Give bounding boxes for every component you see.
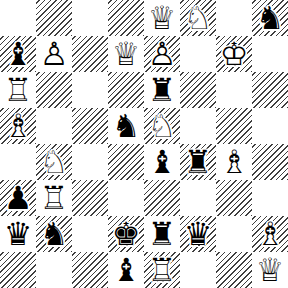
square-b8[interactable]: [36, 0, 72, 36]
black-knight: ♞♞: [108, 108, 144, 144]
square-e6[interactable]: ♜♜: [144, 72, 180, 108]
square-d4[interactable]: [108, 144, 144, 180]
black-rook-glyph: ♜: [144, 216, 180, 252]
square-h4[interactable]: [252, 144, 288, 180]
square-e3[interactable]: [144, 180, 180, 216]
white-knight-glyph: ♘: [36, 144, 72, 180]
square-g1[interactable]: [216, 252, 252, 288]
square-c2[interactable]: [72, 216, 108, 252]
square-e7[interactable]: ♟♙: [144, 36, 180, 72]
square-d5[interactable]: ♞♞: [108, 108, 144, 144]
square-c8[interactable]: [72, 0, 108, 36]
square-f3[interactable]: [180, 180, 216, 216]
square-b4[interactable]: ♞♘: [36, 144, 72, 180]
square-g4[interactable]: ♝♗: [216, 144, 252, 180]
white-rook-glyph: ♖: [144, 252, 180, 288]
square-h6[interactable]: [252, 72, 288, 108]
square-b6[interactable]: [36, 72, 72, 108]
square-f2[interactable]: ♛♛: [180, 216, 216, 252]
black-king-glyph: ♚: [108, 216, 144, 252]
square-g8[interactable]: [216, 0, 252, 36]
black-queen: ♛♛: [0, 216, 36, 252]
square-f7[interactable]: [180, 36, 216, 72]
white-pawn: ♟♙: [36, 36, 72, 72]
white-bishop: ♝♗: [216, 144, 252, 180]
black-pawn-glyph: ♟: [0, 180, 36, 216]
square-a5[interactable]: ♝♗: [0, 108, 36, 144]
white-queen: ♛♕: [108, 36, 144, 72]
black-rook: ♜♜: [144, 72, 180, 108]
white-rook: ♜♖: [0, 72, 36, 108]
white-knight-glyph: ♘: [180, 0, 216, 36]
square-c4[interactable]: [72, 144, 108, 180]
white-king: ♚♔: [216, 36, 252, 72]
square-h1[interactable]: ♛♕: [252, 252, 288, 288]
square-e5[interactable]: ♞♘: [144, 108, 180, 144]
square-h3[interactable]: [252, 180, 288, 216]
white-rook-glyph: ♖: [0, 72, 36, 108]
square-g7[interactable]: ♚♔: [216, 36, 252, 72]
white-bishop-glyph: ♗: [0, 108, 36, 144]
black-queen: ♛♛: [180, 216, 216, 252]
chess-board: ♛♕♞♘♞♞♝♝♟♙♛♕♟♙♚♔♜♖♜♜♝♗♞♞♞♘♞♘♝♝♜♜♝♗♟♟♜♖♛♛…: [0, 0, 288, 288]
white-rook: ♜♖: [36, 180, 72, 216]
square-f6[interactable]: [180, 72, 216, 108]
white-pawn-glyph: ♙: [144, 36, 180, 72]
square-f1[interactable]: [180, 252, 216, 288]
square-g6[interactable]: [216, 72, 252, 108]
square-b2[interactable]: ♞♞: [36, 216, 72, 252]
black-rook-glyph: ♜: [180, 144, 216, 180]
white-rook-glyph: ♖: [36, 180, 72, 216]
white-queen-glyph: ♕: [108, 36, 144, 72]
white-queen-glyph: ♕: [144, 0, 180, 36]
square-h5[interactable]: [252, 108, 288, 144]
white-knight: ♞♘: [180, 0, 216, 36]
white-queen: ♛♕: [252, 252, 288, 288]
square-c5[interactable]: [72, 108, 108, 144]
square-h2[interactable]: ♝♗: [252, 216, 288, 252]
square-e2[interactable]: ♜♜: [144, 216, 180, 252]
black-queen-glyph: ♛: [0, 216, 36, 252]
black-knight-glyph: ♞: [36, 216, 72, 252]
white-bishop-glyph: ♗: [216, 144, 252, 180]
black-knight: ♞♞: [252, 0, 288, 36]
black-queen-glyph: ♛: [180, 216, 216, 252]
white-bishop: ♝♗: [252, 216, 288, 252]
white-queen: ♛♕: [144, 0, 180, 36]
white-knight: ♞♘: [36, 144, 72, 180]
square-h8[interactable]: ♞♞: [252, 0, 288, 36]
square-f8[interactable]: ♞♘: [180, 0, 216, 36]
square-g3[interactable]: [216, 180, 252, 216]
white-knight-glyph: ♘: [144, 108, 180, 144]
square-a4[interactable]: [0, 144, 36, 180]
square-d7[interactable]: ♛♕: [108, 36, 144, 72]
square-c3[interactable]: [72, 180, 108, 216]
square-a7[interactable]: ♝♝: [0, 36, 36, 72]
square-f5[interactable]: [180, 108, 216, 144]
white-rook: ♜♖: [144, 252, 180, 288]
square-h7[interactable]: [252, 36, 288, 72]
square-e4[interactable]: ♝♝: [144, 144, 180, 180]
square-e8[interactable]: ♛♕: [144, 0, 180, 36]
white-queen-glyph: ♕: [252, 252, 288, 288]
square-f4[interactable]: ♜♜: [180, 144, 216, 180]
square-d3[interactable]: [108, 180, 144, 216]
white-king-glyph: ♔: [216, 36, 252, 72]
black-pawn: ♟♟: [0, 180, 36, 216]
black-bishop: ♝♝: [144, 144, 180, 180]
square-b1[interactable]: [36, 252, 72, 288]
square-a1[interactable]: [0, 252, 36, 288]
black-bishop: ♝♝: [0, 36, 36, 72]
square-c1[interactable]: [72, 252, 108, 288]
white-bishop: ♝♗: [0, 108, 36, 144]
square-a8[interactable]: [0, 0, 36, 36]
square-d8[interactable]: [108, 0, 144, 36]
square-g5[interactable]: [216, 108, 252, 144]
black-knight: ♞♞: [36, 216, 72, 252]
black-knight-glyph: ♞: [252, 0, 288, 36]
square-a2[interactable]: ♛♛: [0, 216, 36, 252]
square-a3[interactable]: ♟♟: [0, 180, 36, 216]
black-knight-glyph: ♞: [108, 108, 144, 144]
white-pawn: ♟♙: [144, 36, 180, 72]
square-d2[interactable]: ♚♚: [108, 216, 144, 252]
white-bishop-glyph: ♗: [252, 216, 288, 252]
black-rook: ♜♜: [180, 144, 216, 180]
square-a6[interactable]: ♜♖: [0, 72, 36, 108]
square-b5[interactable]: [36, 108, 72, 144]
black-bishop-glyph: ♝: [0, 36, 36, 72]
black-bishop-glyph: ♝: [144, 144, 180, 180]
black-bishop: ♝♝: [108, 252, 144, 288]
square-c7[interactable]: [72, 36, 108, 72]
square-d1[interactable]: ♝♝: [108, 252, 144, 288]
square-b3[interactable]: ♜♖: [36, 180, 72, 216]
black-king: ♚♚: [108, 216, 144, 252]
black-bishop-glyph: ♝: [108, 252, 144, 288]
white-pawn-glyph: ♙: [36, 36, 72, 72]
square-c6[interactable]: [72, 72, 108, 108]
square-g2[interactable]: [216, 216, 252, 252]
black-rook-glyph: ♜: [144, 72, 180, 108]
square-b7[interactable]: ♟♙: [36, 36, 72, 72]
square-e1[interactable]: ♜♖: [144, 252, 180, 288]
white-knight: ♞♘: [144, 108, 180, 144]
black-rook: ♜♜: [144, 216, 180, 252]
square-d6[interactable]: [108, 72, 144, 108]
